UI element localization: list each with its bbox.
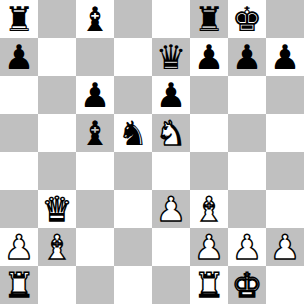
chess-board: ♜♝♜♚♟♛♟♟♟♟♟♝♞♞♛♟♝♟♝♟♟♟♜♜♚ xyxy=(0,0,304,304)
chess-diagram: ♜♝♜♚♟♛♟♟♟♟♟♝♞♞♛♟♝♟♝♟♟♟♜♜♚ xyxy=(0,0,304,304)
square-a7[interactable]: ♟ xyxy=(0,38,38,76)
piece-black-knight-icon: ♞ xyxy=(118,114,148,152)
square-e6[interactable]: ♟ xyxy=(152,76,190,114)
square-g3[interactable] xyxy=(228,190,266,228)
piece-white-rook-icon: ♜ xyxy=(194,266,224,304)
square-b4[interactable] xyxy=(38,152,76,190)
square-c8[interactable]: ♝ xyxy=(76,0,114,38)
square-g6[interactable] xyxy=(228,76,266,114)
piece-black-rook-icon: ♜ xyxy=(4,0,34,38)
piece-white-king-icon: ♚ xyxy=(232,266,262,304)
piece-white-bishop-icon: ♝ xyxy=(42,228,72,266)
piece-white-queen-icon: ♛ xyxy=(42,190,72,228)
square-h7[interactable]: ♟ xyxy=(266,38,304,76)
piece-white-pawn-icon: ♟ xyxy=(4,228,34,266)
square-e7[interactable]: ♛ xyxy=(152,38,190,76)
square-d8[interactable] xyxy=(114,0,152,38)
piece-white-knight-icon: ♞ xyxy=(156,114,186,152)
square-e2[interactable] xyxy=(152,228,190,266)
square-a1[interactable]: ♜ xyxy=(0,266,38,304)
square-b6[interactable] xyxy=(38,76,76,114)
square-g2[interactable]: ♟ xyxy=(228,228,266,266)
square-d1[interactable] xyxy=(114,266,152,304)
square-e8[interactable] xyxy=(152,0,190,38)
piece-black-queen-icon: ♛ xyxy=(156,38,186,76)
square-c2[interactable] xyxy=(76,228,114,266)
square-c4[interactable] xyxy=(76,152,114,190)
piece-black-pawn-icon: ♟ xyxy=(4,38,34,76)
square-h8[interactable] xyxy=(266,0,304,38)
piece-black-bishop-icon: ♝ xyxy=(80,0,110,38)
square-h3[interactable] xyxy=(266,190,304,228)
piece-white-pawn-icon: ♟ xyxy=(156,190,186,228)
square-a5[interactable] xyxy=(0,114,38,152)
square-d4[interactable] xyxy=(114,152,152,190)
square-a6[interactable] xyxy=(0,76,38,114)
square-c7[interactable] xyxy=(76,38,114,76)
square-h6[interactable] xyxy=(266,76,304,114)
square-f6[interactable] xyxy=(190,76,228,114)
square-b7[interactable] xyxy=(38,38,76,76)
square-f1[interactable]: ♜ xyxy=(190,266,228,304)
square-f2[interactable]: ♟ xyxy=(190,228,228,266)
square-e4[interactable] xyxy=(152,152,190,190)
square-b8[interactable] xyxy=(38,0,76,38)
piece-white-pawn-icon: ♟ xyxy=(270,228,300,266)
square-a8[interactable]: ♜ xyxy=(0,0,38,38)
square-f5[interactable] xyxy=(190,114,228,152)
piece-black-pawn-icon: ♟ xyxy=(194,38,224,76)
piece-white-pawn-icon: ♟ xyxy=(194,228,224,266)
piece-white-pawn-icon: ♟ xyxy=(232,228,262,266)
square-d7[interactable] xyxy=(114,38,152,76)
square-d3[interactable] xyxy=(114,190,152,228)
piece-white-rook-icon: ♜ xyxy=(4,266,34,304)
piece-white-bishop-icon: ♝ xyxy=(194,190,224,228)
square-g4[interactable] xyxy=(228,152,266,190)
square-e1[interactable] xyxy=(152,266,190,304)
square-e5[interactable]: ♞ xyxy=(152,114,190,152)
square-b5[interactable] xyxy=(38,114,76,152)
square-a4[interactable] xyxy=(0,152,38,190)
square-g1[interactable]: ♚ xyxy=(228,266,266,304)
piece-black-king-icon: ♚ xyxy=(232,0,262,38)
piece-black-bishop-icon: ♝ xyxy=(80,114,110,152)
square-c1[interactable] xyxy=(76,266,114,304)
square-h2[interactable]: ♟ xyxy=(266,228,304,266)
piece-black-pawn-icon: ♟ xyxy=(270,38,300,76)
piece-black-rook-icon: ♜ xyxy=(194,0,224,38)
piece-black-pawn-icon: ♟ xyxy=(232,38,262,76)
square-h1[interactable] xyxy=(266,266,304,304)
square-d6[interactable] xyxy=(114,76,152,114)
square-g5[interactable] xyxy=(228,114,266,152)
square-b2[interactable]: ♝ xyxy=(38,228,76,266)
square-e3[interactable]: ♟ xyxy=(152,190,190,228)
piece-black-pawn-icon: ♟ xyxy=(80,76,110,114)
square-a3[interactable] xyxy=(0,190,38,228)
square-g8[interactable]: ♚ xyxy=(228,0,266,38)
square-f7[interactable]: ♟ xyxy=(190,38,228,76)
piece-black-pawn-icon: ♟ xyxy=(156,76,186,114)
square-c3[interactable] xyxy=(76,190,114,228)
square-c6[interactable]: ♟ xyxy=(76,76,114,114)
square-h4[interactable] xyxy=(266,152,304,190)
square-d2[interactable] xyxy=(114,228,152,266)
square-b1[interactable] xyxy=(38,266,76,304)
square-f3[interactable]: ♝ xyxy=(190,190,228,228)
square-d5[interactable]: ♞ xyxy=(114,114,152,152)
square-b3[interactable]: ♛ xyxy=(38,190,76,228)
square-f4[interactable] xyxy=(190,152,228,190)
square-f8[interactable]: ♜ xyxy=(190,0,228,38)
square-g7[interactable]: ♟ xyxy=(228,38,266,76)
square-a2[interactable]: ♟ xyxy=(0,228,38,266)
square-h5[interactable] xyxy=(266,114,304,152)
square-c5[interactable]: ♝ xyxy=(76,114,114,152)
